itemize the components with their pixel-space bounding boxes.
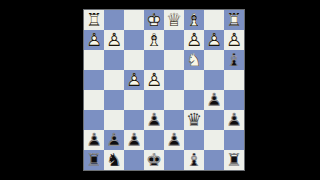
piece-black-pawn: ♟♙	[104, 130, 124, 150]
square-d5[interactable]	[164, 90, 184, 110]
square-h1[interactable]: ♜♖	[84, 10, 104, 30]
piece-glyph-outline: ♙	[124, 70, 144, 90]
piece-black-king: ♚♔	[144, 150, 164, 170]
piece-glyph-outline: ♙	[124, 130, 144, 150]
square-g2[interactable]: ♟♙	[104, 30, 124, 50]
piece-glyph-outline: ♙	[224, 30, 244, 50]
piece-glyph-outline: ♙	[164, 130, 184, 150]
chess-board: ♜♖♚♔♛♕♝♗♜♖♟♙♟♙♝♗♟♙♟♙♟♙♞♘♝♗♟♙♟♙♟♙♟♙♛♕♟♙♟♙…	[84, 10, 244, 170]
piece-white-pawn: ♟♙	[124, 70, 144, 90]
piece-black-rook: ♜♖	[84, 150, 104, 170]
square-a6[interactable]: ♟♙	[224, 110, 244, 130]
square-h2[interactable]: ♟♙	[84, 30, 104, 50]
square-b3[interactable]	[204, 50, 224, 70]
square-f1[interactable]	[124, 10, 144, 30]
square-a8[interactable]: ♜♖	[224, 150, 244, 170]
square-e7[interactable]	[144, 130, 164, 150]
piece-black-queen: ♛♕	[184, 110, 204, 130]
piece-white-knight: ♞♘	[184, 50, 204, 70]
square-b1[interactable]	[204, 10, 224, 30]
square-g8[interactable]: ♞♘	[104, 150, 124, 170]
square-c4[interactable]	[184, 70, 204, 90]
piece-glyph-outline: ♙	[84, 30, 104, 50]
square-a1[interactable]: ♜♖	[224, 10, 244, 30]
square-d1[interactable]: ♛♕	[164, 10, 184, 30]
square-c3[interactable]: ♞♘	[184, 50, 204, 70]
square-d4[interactable]	[164, 70, 184, 90]
piece-white-bishop: ♝♗	[144, 30, 164, 50]
piece-glyph-outline: ♕	[184, 110, 204, 130]
square-h3[interactable]	[84, 50, 104, 70]
piece-glyph-outline: ♙	[184, 30, 204, 50]
piece-white-pawn: ♟♙	[204, 30, 224, 50]
square-e2[interactable]: ♝♗	[144, 30, 164, 50]
piece-glyph-outline: ♕	[164, 10, 184, 30]
piece-white-pawn: ♟♙	[224, 30, 244, 50]
piece-black-pawn: ♟♙	[84, 130, 104, 150]
square-f7[interactable]: ♟♙	[124, 130, 144, 150]
square-c8[interactable]: ♝♗	[184, 150, 204, 170]
piece-white-bishop: ♝♗	[184, 10, 204, 30]
square-e6[interactable]: ♟♙	[144, 110, 164, 130]
square-a5[interactable]	[224, 90, 244, 110]
piece-white-rook: ♜♖	[84, 10, 104, 30]
piece-black-pawn: ♟♙	[224, 110, 244, 130]
square-b8[interactable]	[204, 150, 224, 170]
square-d7[interactable]: ♟♙	[164, 130, 184, 150]
square-g1[interactable]	[104, 10, 124, 30]
piece-glyph-outline: ♗	[224, 50, 244, 70]
square-c5[interactable]	[184, 90, 204, 110]
piece-black-bishop: ♝♗	[224, 50, 244, 70]
square-h8[interactable]: ♜♖	[84, 150, 104, 170]
piece-glyph-outline: ♖	[224, 10, 244, 30]
piece-black-pawn: ♟♙	[164, 130, 184, 150]
square-b5[interactable]: ♟♙	[204, 90, 224, 110]
square-b2[interactable]: ♟♙	[204, 30, 224, 50]
square-c1[interactable]: ♝♗	[184, 10, 204, 30]
square-d2[interactable]	[164, 30, 184, 50]
square-e1[interactable]: ♚♔	[144, 10, 164, 30]
letterbox-background: ♜♖♚♔♛♕♝♗♜♖♟♙♟♙♝♗♟♙♟♙♟♙♞♘♝♗♟♙♟♙♟♙♟♙♛♕♟♙♟♙…	[0, 0, 320, 180]
piece-glyph-outline: ♔	[144, 10, 164, 30]
square-e4[interactable]: ♟♙	[144, 70, 164, 90]
piece-glyph-outline: ♖	[224, 150, 244, 170]
piece-glyph-outline: ♘	[184, 50, 204, 70]
piece-glyph-outline: ♔	[144, 150, 164, 170]
square-g7[interactable]: ♟♙	[104, 130, 124, 150]
piece-black-pawn: ♟♙	[124, 130, 144, 150]
piece-glyph-outline: ♙	[204, 90, 224, 110]
square-c7[interactable]	[184, 130, 204, 150]
square-c6[interactable]: ♛♕	[184, 110, 204, 130]
square-a3[interactable]: ♝♗	[224, 50, 244, 70]
square-f8[interactable]	[124, 150, 144, 170]
piece-glyph-outline: ♙	[144, 70, 164, 90]
piece-glyph-outline: ♖	[84, 150, 104, 170]
square-a4[interactable]	[224, 70, 244, 90]
piece-black-knight: ♞♘	[104, 150, 124, 170]
square-h5[interactable]	[84, 90, 104, 110]
piece-glyph-outline: ♗	[144, 30, 164, 50]
piece-white-rook: ♜♖	[224, 10, 244, 30]
piece-glyph-outline: ♘	[104, 150, 124, 170]
piece-glyph-outline: ♙	[104, 30, 124, 50]
piece-white-pawn: ♟♙	[184, 30, 204, 50]
square-g6[interactable]	[104, 110, 124, 130]
piece-glyph-outline: ♙	[204, 30, 224, 50]
piece-black-pawn: ♟♙	[204, 90, 224, 110]
square-h4[interactable]	[84, 70, 104, 90]
piece-white-pawn: ♟♙	[104, 30, 124, 50]
square-f6[interactable]	[124, 110, 144, 130]
square-e3[interactable]	[144, 50, 164, 70]
square-g3[interactable]	[104, 50, 124, 70]
square-b7[interactable]	[204, 130, 224, 150]
square-h7[interactable]: ♟♙	[84, 130, 104, 150]
square-b4[interactable]	[204, 70, 224, 90]
piece-glyph-outline: ♖	[84, 10, 104, 30]
piece-black-rook: ♜♖	[224, 150, 244, 170]
square-f2[interactable]	[124, 30, 144, 50]
square-f4[interactable]: ♟♙	[124, 70, 144, 90]
square-e8[interactable]: ♚♔	[144, 150, 164, 170]
piece-glyph-outline: ♗	[184, 10, 204, 30]
square-a7[interactable]	[224, 130, 244, 150]
square-g4[interactable]	[104, 70, 124, 90]
square-d6[interactable]	[164, 110, 184, 130]
square-d8[interactable]	[164, 150, 184, 170]
square-c2[interactable]: ♟♙	[184, 30, 204, 50]
square-g5[interactable]	[104, 90, 124, 110]
piece-white-queen: ♛♕	[164, 10, 184, 30]
square-h6[interactable]	[84, 110, 104, 130]
square-f5[interactable]	[124, 90, 144, 110]
square-f3[interactable]	[124, 50, 144, 70]
piece-glyph-outline: ♙	[144, 110, 164, 130]
piece-glyph-outline: ♙	[104, 130, 124, 150]
square-e5[interactable]	[144, 90, 164, 110]
piece-glyph-outline: ♙	[84, 130, 104, 150]
piece-black-bishop: ♝♗	[184, 150, 204, 170]
square-a2[interactable]: ♟♙	[224, 30, 244, 50]
square-b6[interactable]	[204, 110, 224, 130]
piece-white-pawn: ♟♙	[144, 70, 164, 90]
square-d3[interactable]	[164, 50, 184, 70]
piece-glyph-outline: ♗	[184, 150, 204, 170]
piece-black-pawn: ♟♙	[144, 110, 164, 130]
piece-white-king: ♚♔	[144, 10, 164, 30]
piece-white-pawn: ♟♙	[84, 30, 104, 50]
piece-glyph-outline: ♙	[224, 110, 244, 130]
